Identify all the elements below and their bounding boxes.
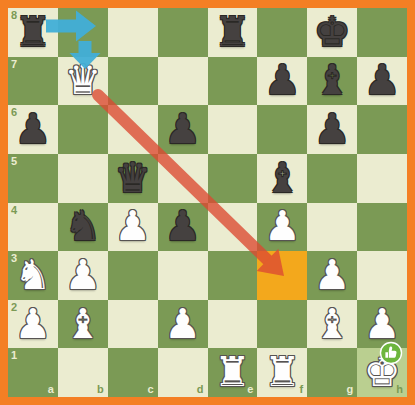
square-a3[interactable]: 3♞ [8, 251, 58, 300]
square-c8[interactable] [108, 8, 158, 57]
square-h2[interactable]: ♟ [357, 300, 407, 349]
piece-white-knight-a3[interactable]: ♞ [8, 251, 58, 300]
square-d8[interactable] [158, 8, 208, 57]
square-b3[interactable]: ♟ [58, 251, 108, 300]
square-a4[interactable]: 4 [8, 203, 58, 252]
file-label-a: a [48, 384, 54, 395]
square-h5[interactable] [357, 154, 407, 203]
chess-board[interactable]: 8♜♜♚7♛♟♝♟6♟♟♟5♛♝4♞♟♟♟3♞♟♟2♟♝♟♝♟1abcde♜f♜… [8, 8, 407, 397]
piece-black-pawn-f7[interactable]: ♟ [257, 57, 307, 106]
piece-white-pawn-c4[interactable]: ♟ [108, 203, 158, 252]
square-a1[interactable]: 1a [8, 348, 58, 397]
piece-black-knight-b4[interactable]: ♞ [58, 203, 108, 252]
square-h8[interactable] [357, 8, 407, 57]
file-label-d: d [197, 384, 204, 395]
square-f4[interactable]: ♟ [257, 203, 307, 252]
square-f5[interactable]: ♝ [257, 154, 307, 203]
square-f8[interactable] [257, 8, 307, 57]
file-label-g: g [346, 384, 353, 395]
piece-white-bishop-g2[interactable]: ♝ [307, 300, 357, 349]
square-b5[interactable] [58, 154, 108, 203]
square-f3[interactable] [257, 251, 307, 300]
square-h1[interactable]: h♚ [357, 348, 407, 397]
square-g8[interactable]: ♚ [307, 8, 357, 57]
square-h6[interactable] [357, 105, 407, 154]
square-d5[interactable] [158, 154, 208, 203]
square-g4[interactable] [307, 203, 357, 252]
square-b4[interactable]: ♞ [58, 203, 108, 252]
square-g3[interactable]: ♟ [307, 251, 357, 300]
piece-black-rook-e8[interactable]: ♜ [208, 8, 258, 57]
piece-white-pawn-b3[interactable]: ♟ [58, 251, 108, 300]
square-f2[interactable] [257, 300, 307, 349]
piece-black-bishop-g7[interactable]: ♝ [307, 57, 357, 106]
square-b8[interactable] [58, 8, 108, 57]
square-d4[interactable]: ♟ [158, 203, 208, 252]
square-e7[interactable] [208, 57, 258, 106]
piece-white-pawn-h2[interactable]: ♟ [357, 300, 407, 349]
square-d7[interactable] [158, 57, 208, 106]
piece-white-rook-e1[interactable]: ♜ [208, 348, 258, 397]
square-b2[interactable]: ♝ [58, 300, 108, 349]
square-a6[interactable]: 6♟ [8, 105, 58, 154]
rank-label-4: 4 [11, 205, 17, 216]
piece-black-king-g8[interactable]: ♚ [307, 8, 357, 57]
piece-white-pawn-g3[interactable]: ♟ [307, 251, 357, 300]
rank-label-1: 1 [11, 350, 17, 361]
square-e4[interactable] [208, 203, 258, 252]
square-f6[interactable] [257, 105, 307, 154]
piece-white-pawn-f4[interactable]: ♟ [257, 203, 307, 252]
square-g6[interactable]: ♟ [307, 105, 357, 154]
square-g2[interactable]: ♝ [307, 300, 357, 349]
square-a5[interactable]: 5 [8, 154, 58, 203]
piece-black-queen-c5[interactable]: ♛ [108, 154, 158, 203]
piece-white-rook-f1[interactable]: ♜ [257, 348, 307, 397]
piece-black-pawn-d4[interactable]: ♟ [158, 203, 208, 252]
square-c3[interactable] [108, 251, 158, 300]
square-h3[interactable] [357, 251, 407, 300]
square-a2[interactable]: 2♟ [8, 300, 58, 349]
square-e5[interactable] [208, 154, 258, 203]
square-a7[interactable]: 7 [8, 57, 58, 106]
square-c2[interactable] [108, 300, 158, 349]
piece-white-bishop-b2[interactable]: ♝ [58, 300, 108, 349]
square-h4[interactable] [357, 203, 407, 252]
square-b6[interactable] [58, 105, 108, 154]
piece-black-rook-a8[interactable]: ♜ [8, 8, 58, 57]
square-d1[interactable]: d [158, 348, 208, 397]
square-d3[interactable] [158, 251, 208, 300]
board-frame: 8♜♜♚7♛♟♝♟6♟♟♟5♛♝4♞♟♟♟3♞♟♟2♟♝♟♝♟1abcde♜f♜… [0, 0, 415, 405]
piece-black-pawn-g6[interactable]: ♟ [307, 105, 357, 154]
piece-black-bishop-f5[interactable]: ♝ [257, 154, 307, 203]
square-e1[interactable]: e♜ [208, 348, 258, 397]
piece-white-pawn-a2[interactable]: ♟ [8, 300, 58, 349]
piece-black-pawn-d6[interactable]: ♟ [158, 105, 208, 154]
square-c6[interactable] [108, 105, 158, 154]
file-label-b: b [97, 384, 104, 395]
square-c7[interactable] [108, 57, 158, 106]
square-g1[interactable]: g [307, 348, 357, 397]
rank-label-5: 5 [11, 156, 17, 167]
square-g7[interactable]: ♝ [307, 57, 357, 106]
square-b7[interactable]: ♛ [58, 57, 108, 106]
square-e3[interactable] [208, 251, 258, 300]
square-c5[interactable]: ♛ [108, 154, 158, 203]
piece-white-king-h1[interactable]: ♚ [357, 348, 407, 397]
square-d2[interactable]: ♟ [158, 300, 208, 349]
square-g5[interactable] [307, 154, 357, 203]
piece-white-pawn-d2[interactable]: ♟ [158, 300, 208, 349]
square-d6[interactable]: ♟ [158, 105, 208, 154]
square-f7[interactable]: ♟ [257, 57, 307, 106]
piece-black-pawn-a6[interactable]: ♟ [8, 105, 58, 154]
file-label-c: c [148, 384, 154, 395]
square-c1[interactable]: c [108, 348, 158, 397]
square-f1[interactable]: f♜ [257, 348, 307, 397]
piece-white-queen-b7[interactable]: ♛ [58, 57, 108, 106]
square-e8[interactable]: ♜ [208, 8, 258, 57]
square-c4[interactable]: ♟ [108, 203, 158, 252]
square-b1[interactable]: b [58, 348, 108, 397]
square-a8[interactable]: 8♜ [8, 8, 58, 57]
square-e6[interactable] [208, 105, 258, 154]
piece-black-pawn-h7[interactable]: ♟ [357, 57, 407, 106]
square-h7[interactable]: ♟ [357, 57, 407, 106]
rank-label-7: 7 [11, 59, 17, 70]
square-e2[interactable] [208, 300, 258, 349]
